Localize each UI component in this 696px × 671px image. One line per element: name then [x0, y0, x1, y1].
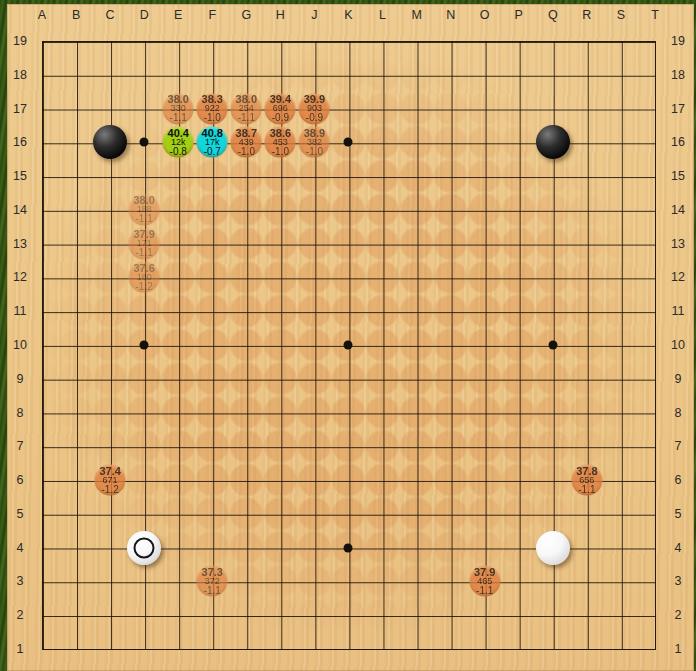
coord-right-6: 6 — [675, 473, 682, 487]
score-value: -1.1 — [202, 586, 223, 596]
coord-top-A: A — [38, 8, 46, 22]
stone-white-D4 — [127, 531, 161, 565]
score-value: -0.9 — [304, 113, 325, 123]
candidate-move-H17[interactable]: 39.4696-0.9 — [265, 93, 296, 124]
coord-left-4: 4 — [17, 541, 24, 555]
coord-top-N: N — [446, 8, 455, 22]
coord-top-S: S — [617, 8, 625, 22]
coord-top-D: D — [140, 8, 149, 22]
score-value: -1.0 — [270, 147, 291, 157]
coord-top-R: R — [582, 8, 591, 22]
candidate-stats: 40.412k-0.8 — [168, 128, 189, 157]
coord-left-18: 18 — [13, 68, 27, 82]
coord-right-16: 16 — [671, 135, 685, 149]
coord-left-3: 3 — [17, 574, 24, 588]
candidate-move-C6[interactable]: 37.4671-1.2 — [95, 465, 126, 496]
candidate-move-H16[interactable]: 38.6453-1.0 — [265, 127, 296, 158]
coord-top-C: C — [106, 8, 115, 22]
stone-black-C16 — [93, 125, 127, 159]
coord-left-8: 8 — [17, 406, 24, 420]
candidate-move-D14[interactable]: 38.0188-1.1 — [129, 194, 160, 225]
candidate-move-J17[interactable]: 39.9903-0.9 — [299, 93, 330, 124]
coord-top-M: M — [411, 8, 421, 22]
coord-left-17: 17 — [13, 102, 27, 116]
last-move-marker — [134, 537, 155, 558]
score-value: -0.8 — [168, 147, 189, 157]
coord-left-13: 13 — [13, 237, 27, 251]
coord-top-G: G — [241, 8, 251, 22]
score-value: -0.9 — [270, 113, 291, 123]
candidate-move-O3[interactable]: 37.9465-1.1 — [469, 566, 500, 597]
coord-right-4: 4 — [675, 541, 682, 555]
candidate-move-R6[interactable]: 37.8656-1.1 — [571, 465, 602, 496]
candidate-move-G16[interactable]: 38.7439-1.0 — [231, 127, 262, 158]
star-point-Q10 — [548, 341, 557, 350]
candidate-stats: 37.3372-1.1 — [202, 567, 223, 596]
coord-right-1: 1 — [675, 642, 682, 656]
candidate-stats: 38.3922-1.0 — [202, 94, 223, 123]
coord-left-5: 5 — [17, 507, 24, 521]
coord-left-1: 1 — [17, 642, 24, 656]
candidate-stats: 37.4671-1.2 — [99, 466, 120, 495]
coord-right-3: 3 — [675, 574, 682, 588]
coord-left-2: 2 — [17, 608, 24, 622]
score-value: -0.7 — [202, 147, 223, 157]
coord-right-5: 5 — [675, 507, 682, 521]
score-value: -1.1 — [576, 485, 597, 495]
stone-black-Q16 — [536, 125, 570, 159]
coord-left-10: 10 — [13, 338, 27, 352]
coord-top-B: B — [72, 8, 80, 22]
score-value: -1.1 — [236, 113, 257, 123]
score-value: -1.1 — [168, 113, 189, 123]
coord-right-19: 19 — [671, 34, 685, 48]
candidate-move-E16[interactable]: 40.412k-0.8 — [163, 127, 194, 158]
candidate-stats: 37.8656-1.1 — [576, 466, 597, 495]
go-board-window: ABCDEFGHJKLMNOPQRST191918181717161615151… — [0, 0, 696, 671]
score-value: -1.0 — [202, 113, 223, 123]
candidate-stats: 37.6180-1.2 — [133, 263, 154, 292]
coord-top-H: H — [276, 8, 285, 22]
stone-white-Q4 — [536, 531, 570, 565]
score-value: -1.1 — [133, 214, 154, 224]
score-value: -1.0 — [236, 147, 257, 157]
star-point-D16 — [140, 138, 149, 147]
candidate-stats: 38.0188-1.1 — [133, 195, 154, 224]
candidate-stats: 38.7439-1.0 — [236, 128, 257, 157]
candidate-move-G17[interactable]: 38.0254-1.1 — [231, 93, 262, 124]
candidate-stats: 38.0254-1.1 — [236, 94, 257, 123]
candidate-stats: 38.9382-1.0 — [304, 128, 325, 157]
coord-right-17: 17 — [671, 102, 685, 116]
candidate-stats: 38.0330-1.1 — [168, 94, 189, 123]
coord-top-F: F — [208, 8, 216, 22]
coord-right-11: 11 — [672, 304, 685, 318]
candidate-move-D13[interactable]: 37.9171-1.1 — [129, 228, 160, 259]
coord-top-P: P — [515, 8, 523, 22]
coord-left-19: 19 — [13, 34, 27, 48]
coord-left-15: 15 — [13, 169, 27, 183]
candidate-move-F17[interactable]: 38.3922-1.0 — [197, 93, 228, 124]
candidate-stats: 39.4696-0.9 — [270, 94, 291, 123]
coord-top-Q: Q — [548, 8, 558, 22]
score-value: -1.2 — [99, 485, 120, 495]
coord-right-12: 12 — [671, 270, 685, 284]
star-point-D10 — [140, 341, 149, 350]
coord-left-14: 14 — [13, 203, 27, 217]
coord-left-7: 7 — [17, 439, 24, 453]
coord-top-L: L — [379, 8, 386, 22]
coord-right-18: 18 — [671, 68, 685, 82]
coord-right-2: 2 — [675, 608, 682, 622]
star-point-K4 — [344, 543, 353, 552]
candidate-stats: 40.817k-0.7 — [202, 128, 223, 157]
score-value: -1.0 — [304, 147, 325, 157]
coord-top-T: T — [651, 8, 659, 22]
candidate-move-F3[interactable]: 37.3372-1.1 — [197, 566, 228, 597]
candidate-move-J16[interactable]: 38.9382-1.0 — [299, 127, 330, 158]
coord-right-7: 7 — [675, 439, 682, 453]
score-value: -1.1 — [133, 248, 154, 258]
coord-right-15: 15 — [671, 169, 685, 183]
star-point-K16 — [344, 138, 353, 147]
coord-right-10: 10 — [671, 338, 685, 352]
candidate-move-F16[interactable]: 40.817k-0.7 — [197, 127, 228, 158]
candidate-move-E17[interactable]: 38.0330-1.1 — [163, 93, 194, 124]
coord-top-K: K — [344, 8, 352, 22]
coord-top-J: J — [311, 8, 317, 22]
candidate-stats: 38.6453-1.0 — [270, 128, 291, 157]
coord-top-O: O — [480, 8, 490, 22]
coord-right-13: 13 — [671, 237, 685, 251]
star-point-K10 — [344, 341, 353, 350]
coord-left-12: 12 — [13, 270, 27, 284]
score-value: -1.1 — [474, 586, 495, 596]
coord-left-9: 9 — [17, 372, 24, 386]
coord-right-8: 8 — [675, 406, 682, 420]
coord-right-9: 9 — [675, 372, 682, 386]
coord-top-E: E — [174, 8, 182, 22]
coord-left-16: 16 — [13, 135, 27, 149]
candidate-stats: 39.9903-0.9 — [304, 94, 325, 123]
coord-right-14: 14 — [671, 203, 685, 217]
candidate-move-D12[interactable]: 37.6180-1.2 — [129, 262, 160, 293]
candidate-stats: 37.9465-1.1 — [474, 567, 495, 596]
candidate-stats: 37.9171-1.1 — [133, 229, 154, 258]
score-value: -1.2 — [133, 282, 154, 292]
coord-left-6: 6 — [17, 473, 24, 487]
coord-left-11: 11 — [14, 304, 27, 318]
